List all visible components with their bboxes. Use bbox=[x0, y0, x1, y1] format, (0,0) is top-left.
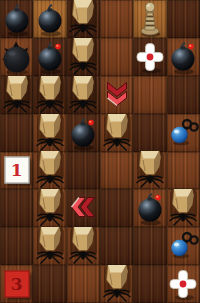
square-r7c4[interactable] bbox=[133, 265, 166, 303]
number-tile-1: 1 bbox=[4, 157, 29, 184]
bomb-lit-piece bbox=[166, 38, 200, 76]
fly-piece bbox=[166, 227, 200, 265]
square-r6c3[interactable] bbox=[100, 227, 133, 265]
square-r7c3[interactable] bbox=[100, 265, 133, 303]
square-r3c1[interactable] bbox=[33, 114, 66, 152]
cross-powerup bbox=[166, 265, 200, 303]
square-r1c0[interactable] bbox=[0, 38, 33, 76]
spider-piece bbox=[133, 151, 167, 189]
square-r4c1[interactable] bbox=[33, 152, 66, 190]
square-r4c5[interactable] bbox=[167, 152, 200, 190]
square-r5c3[interactable] bbox=[100, 189, 133, 227]
square-r3c0[interactable] bbox=[0, 114, 33, 152]
square-r4c3[interactable] bbox=[100, 152, 133, 190]
fly-piece bbox=[166, 114, 200, 152]
square-r5c5[interactable] bbox=[167, 189, 200, 227]
number-tile-3: 3 bbox=[4, 271, 29, 298]
square-r6c0[interactable] bbox=[0, 227, 33, 265]
bomb-piece bbox=[0, 0, 34, 38]
spider-piece bbox=[166, 189, 200, 227]
red-arrow-left bbox=[66, 189, 100, 227]
square-r0c0[interactable] bbox=[0, 0, 33, 38]
square-r3c5[interactable] bbox=[167, 114, 200, 152]
square-r1c4[interactable] bbox=[133, 38, 166, 76]
spider-piece bbox=[33, 227, 67, 265]
square-r2c0[interactable] bbox=[0, 76, 33, 114]
spider-piece bbox=[66, 76, 100, 114]
game-board: 13 bbox=[0, 0, 200, 303]
square-r7c0[interactable]: 3 bbox=[0, 265, 33, 303]
square-r5c2[interactable] bbox=[67, 189, 100, 227]
square-r5c0[interactable] bbox=[0, 189, 33, 227]
pawn-piece bbox=[133, 0, 167, 38]
spider-piece bbox=[33, 76, 67, 114]
square-r5c1[interactable] bbox=[33, 189, 66, 227]
square-r0c4[interactable] bbox=[133, 0, 166, 38]
spider-piece bbox=[33, 151, 67, 189]
square-r2c2[interactable] bbox=[67, 76, 100, 114]
square-r1c5[interactable] bbox=[167, 38, 200, 76]
square-r2c5[interactable] bbox=[167, 76, 200, 114]
square-r6c5[interactable] bbox=[167, 227, 200, 265]
spider-piece bbox=[33, 114, 67, 152]
square-r1c1[interactable] bbox=[33, 38, 66, 76]
square-r2c3[interactable] bbox=[100, 76, 133, 114]
square-r7c5[interactable] bbox=[167, 265, 200, 303]
square-r3c4[interactable] bbox=[133, 114, 166, 152]
square-r4c0[interactable]: 1 bbox=[0, 152, 33, 190]
square-r7c2[interactable] bbox=[67, 265, 100, 303]
spider-piece bbox=[0, 76, 34, 114]
square-r0c5[interactable] bbox=[167, 0, 200, 38]
square-r2c1[interactable] bbox=[33, 76, 66, 114]
bomb-lit-piece bbox=[66, 114, 100, 152]
square-r0c2[interactable] bbox=[67, 0, 100, 38]
spider-piece bbox=[33, 189, 67, 227]
bomb-lit-piece bbox=[33, 38, 67, 76]
square-r0c3[interactable] bbox=[100, 0, 133, 38]
square-r1c2[interactable] bbox=[67, 38, 100, 76]
spider-piece bbox=[66, 0, 100, 38]
red-arrow-down bbox=[100, 76, 134, 114]
square-r6c2[interactable] bbox=[67, 227, 100, 265]
square-r6c4[interactable] bbox=[133, 227, 166, 265]
square-r3c3[interactable] bbox=[100, 114, 133, 152]
square-r3c2[interactable] bbox=[67, 114, 100, 152]
square-r4c2[interactable] bbox=[67, 152, 100, 190]
bomb-lit-piece bbox=[133, 189, 167, 227]
spider-piece bbox=[66, 227, 100, 265]
square-r1c3[interactable] bbox=[100, 38, 133, 76]
square-r6c1[interactable] bbox=[33, 227, 66, 265]
spider-piece bbox=[100, 114, 134, 152]
square-r7c1[interactable] bbox=[33, 265, 66, 303]
spider-piece bbox=[100, 265, 134, 303]
square-r0c1[interactable] bbox=[33, 0, 66, 38]
square-r5c4[interactable] bbox=[133, 189, 166, 227]
cross-powerup bbox=[133, 38, 167, 76]
bomb-piece bbox=[33, 0, 67, 38]
spider-piece bbox=[66, 38, 100, 76]
mine-piece bbox=[0, 38, 34, 76]
square-r2c4[interactable] bbox=[133, 76, 166, 114]
square-r4c4[interactable] bbox=[133, 152, 166, 190]
